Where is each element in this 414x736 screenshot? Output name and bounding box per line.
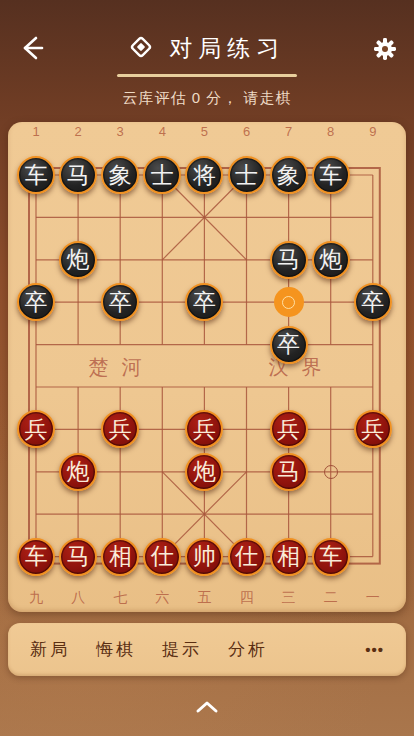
piece-glyph: 兵 [361,418,384,441]
xiangqi-board[interactable]: 楚河 汉界 123456789九八七六五四三二一车马象士将士象车炮马炮卒卒卒卒卒… [8,122,406,612]
file-label-top: 4 [152,124,172,139]
piece-glyph: 士 [151,164,174,187]
piece-black-cannon[interactable]: 炮 [59,241,97,279]
piece-glyph: 仕 [151,545,174,568]
piece-glyph: 车 [319,164,342,187]
piece-black-elephant[interactable]: 象 [270,156,308,194]
piece-glyph: 兵 [109,418,132,441]
gear-icon [372,36,398,62]
piece-black-advisor[interactable]: 士 [228,156,266,194]
piece-glyph: 炮 [67,248,90,271]
piece-red-elephant[interactable]: 相 [101,538,139,576]
piece-black-cannon[interactable]: 炮 [312,241,350,279]
piece-glyph: 马 [277,248,300,271]
piece-glyph: 马 [67,164,90,187]
file-label-top: 9 [363,124,383,139]
last-move-from-marker [274,287,304,317]
piece-glyph: 象 [109,164,132,187]
file-label-top: 6 [237,124,257,139]
file-label-top: 8 [321,124,341,139]
piece-black-rook[interactable]: 车 [17,156,55,194]
piece-glyph: 将 [193,164,216,187]
piece-glyph: 卒 [109,291,132,314]
file-label-bottom: 五 [194,589,214,607]
piece-glyph: 象 [277,164,300,187]
page-title: 对局练习 [169,33,285,64]
piece-red-cannon[interactable]: 炮 [185,453,223,491]
file-label-bottom: 二 [321,589,341,607]
file-label-top: 3 [110,124,130,139]
piece-black-horse[interactable]: 马 [270,241,308,279]
analysis-button[interactable]: 分析 [228,638,268,661]
piece-glyph: 车 [25,164,48,187]
piece-red-advisor[interactable]: 仕 [143,538,181,576]
file-label-bottom: 七 [110,589,130,607]
app-screen: 对局练习 云库评估 0 分， 请走棋 楚河 汉界 123456789九八七六五四… [0,0,414,736]
piece-glyph: 车 [319,545,342,568]
piece-red-pawn[interactable]: 兵 [354,410,392,448]
piece-glyph: 卒 [277,333,300,356]
piece-black-pawn[interactable]: 卒 [354,283,392,321]
piece-black-rook[interactable]: 车 [312,156,350,194]
piece-red-horse[interactable]: 马 [59,538,97,576]
piece-black-horse[interactable]: 马 [59,156,97,194]
bottom-toolbar: 新局悔棋提示分析••• [8,623,406,676]
hint-button[interactable]: 提示 [162,638,202,661]
page-title-group: 对局练习 [0,33,414,64]
river-label-left: 楚河 [55,354,175,381]
piece-glyph: 卒 [193,291,216,314]
piece-black-pawn[interactable]: 卒 [17,283,55,321]
piece-glyph: 兵 [277,418,300,441]
piece-glyph: 车 [25,545,48,568]
undo-move-button[interactable]: 悔棋 [96,638,136,661]
piece-glyph: 卒 [25,291,48,314]
piece-red-elephant[interactable]: 相 [270,538,308,576]
new-game-button[interactable]: 新局 [30,638,70,661]
piece-glyph: 帅 [193,545,216,568]
piece-glyph: 兵 [193,418,216,441]
piece-red-pawn[interactable]: 兵 [270,410,308,448]
chevron-up-icon [195,700,219,714]
piece-red-rook[interactable]: 车 [17,538,55,576]
settings-button[interactable] [372,36,398,62]
file-label-top: 2 [68,124,88,139]
expand-panel-button[interactable] [195,700,219,714]
header-bar: 对局练习 [0,0,414,70]
piece-glyph: 士 [235,164,258,187]
file-label-bottom: 六 [152,589,172,607]
piece-glyph: 炮 [319,248,342,271]
more-options-button[interactable]: ••• [365,641,384,658]
piece-glyph: 相 [109,545,132,568]
piece-glyph: 马 [277,460,300,483]
file-label-top: 1 [26,124,46,139]
piece-glyph: 炮 [193,460,216,483]
file-label-top: 7 [279,124,299,139]
file-label-bottom: 九 [26,589,46,607]
file-label-bottom: 三 [279,589,299,607]
prev-move-from-marker [324,465,338,479]
piece-glyph: 相 [277,545,300,568]
piece-glyph: 马 [67,545,90,568]
diamond-icon [129,35,153,63]
piece-glyph: 仕 [235,545,258,568]
piece-red-cannon[interactable]: 炮 [59,453,97,491]
piece-red-king[interactable]: 帅 [185,538,223,576]
piece-glyph: 炮 [67,460,90,483]
file-label-bottom: 八 [68,589,88,607]
piece-black-elephant[interactable]: 象 [101,156,139,194]
title-underline [117,74,297,77]
piece-glyph: 兵 [25,418,48,441]
engine-status-text: 云库评估 0 分， 请走棋 [0,89,414,108]
piece-black-pawn[interactable]: 卒 [270,326,308,364]
file-label-bottom: 四 [237,589,257,607]
piece-red-advisor[interactable]: 仕 [228,538,266,576]
file-label-bottom: 一 [363,589,383,607]
file-label-top: 5 [194,124,214,139]
piece-red-rook[interactable]: 车 [312,538,350,576]
piece-glyph: 卒 [361,291,384,314]
piece-red-horse[interactable]: 马 [270,453,308,491]
